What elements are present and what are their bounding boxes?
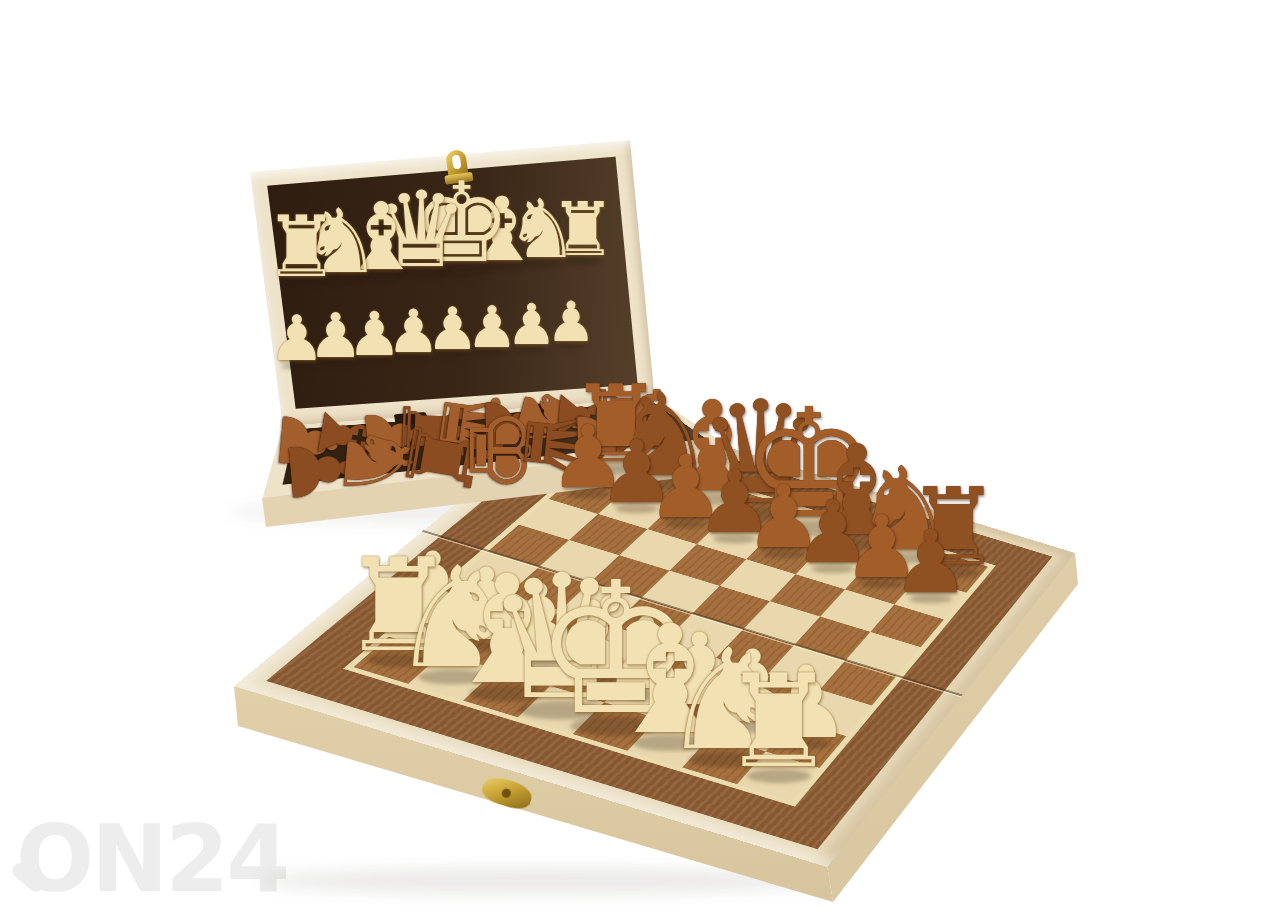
latch-loop-hole: [452, 155, 462, 170]
clasp-keyhole: [501, 788, 512, 799]
product-photo-stage: ON24 ♜♞♝♛♚♝♞♜♟♟♟♟♟♟♟♟♟♟♟♟♟♟♟♟♜♞♝♛♚♝♞♜♜♞♝…: [0, 0, 1280, 916]
lid-felt-lining: [267, 157, 637, 409]
watermark: ON24: [16, 806, 287, 913]
watermark-text: ON24: [16, 806, 287, 913]
